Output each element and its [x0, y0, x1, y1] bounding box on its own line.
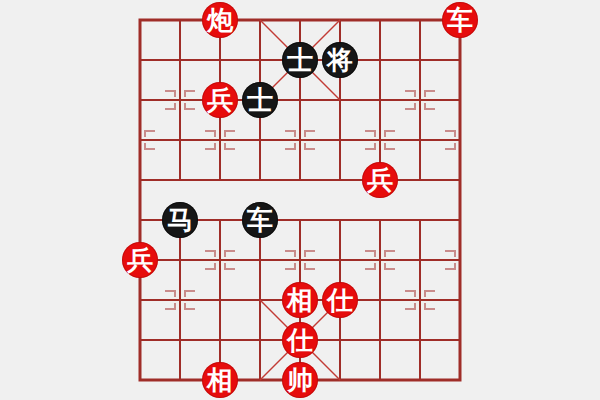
piece-black-general[interactable]: 将 [322, 42, 358, 78]
piece-red-king[interactable]: 帅 [282, 362, 318, 398]
piece-red-pawn[interactable]: 兵 [202, 82, 238, 118]
piece-red-pawn[interactable]: 兵 [122, 242, 158, 278]
piece-red-cannon[interactable]: 炮 [202, 2, 238, 38]
piece-black-advisor[interactable]: 士 [242, 82, 278, 118]
piece-red-elephant[interactable]: 相 [202, 362, 238, 398]
piece-red-chariot[interactable]: 车 [442, 2, 478, 38]
piece-black-advisor[interactable]: 士 [282, 42, 318, 78]
piece-red-advisor[interactable]: 仕 [322, 282, 358, 318]
piece-red-pawn[interactable]: 兵 [362, 162, 398, 198]
piece-black-chariot[interactable]: 车 [242, 202, 278, 238]
xiangqi-board: 炮车士将兵士兵马车兵相仕仕相帅 [0, 0, 600, 400]
piece-black-horse[interactable]: 马 [162, 202, 198, 238]
piece-red-elephant[interactable]: 相 [282, 282, 318, 318]
pieces-layer: 炮车士将兵士兵马车兵相仕仕相帅 [120, 0, 480, 400]
piece-red-advisor[interactable]: 仕 [282, 322, 318, 358]
